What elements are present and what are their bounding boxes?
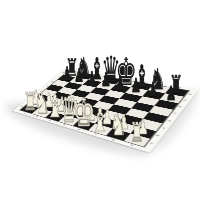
piece-black-pawn: ♟ [115,73,126,93]
piece-black-pawn: ♟ [131,76,142,96]
piece-black-pawn: ♟ [86,68,97,87]
piece-white-rook: ♜ [129,119,143,145]
product-photo: abcdefgh abcdefgh 87654321 87654321 ♜♞♝♛… [0,0,200,200]
piece-white-knight: ♞ [109,110,126,140]
piece-black-pawn: ♟ [73,66,84,85]
piece-black-pawn: ♟ [166,83,177,103]
piece-black-pawn: ♟ [148,79,159,99]
piece-white-bishop: ♝ [91,103,109,135]
piece-black-pawn: ♟ [100,71,111,91]
piece-layer: ♜♞♝♛♚♝♞♜♟♟♟♟♟♟♟♟♟♟♟♟♟♟♟♟♜♞♝♛♚♝♞♜ [0,0,200,200]
piece-black-pawn: ♟ [61,64,72,83]
